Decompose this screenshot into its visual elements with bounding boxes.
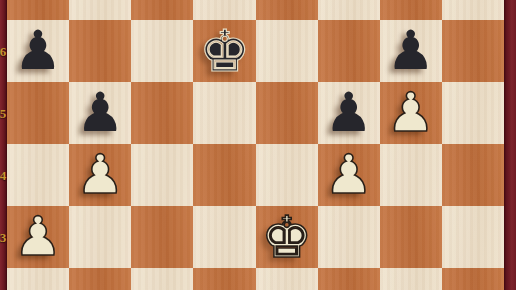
square-d5[interactable] [193,82,255,144]
square-h7[interactable] [442,0,504,20]
white-king-e3[interactable]: ♚ [256,206,318,268]
square-g3[interactable] [380,206,442,268]
square-f2[interactable] [318,268,380,290]
square-c5[interactable] [131,82,193,144]
square-g4[interactable] [380,144,442,206]
chess-board-screen: ♟♚♟♟♟♟♟♟♟♚ 6543 [0,0,516,290]
square-e5[interactable] [256,82,318,144]
square-f5[interactable]: ♟ [318,82,380,144]
square-g6[interactable]: ♟ [380,20,442,82]
square-b6[interactable] [69,20,131,82]
square-c6[interactable] [131,20,193,82]
black-pawn-a6[interactable]: ♟ [7,20,69,82]
square-c4[interactable] [131,144,193,206]
black-king-d6[interactable]: ♚ [193,20,255,82]
square-b7[interactable] [69,0,131,20]
square-c7[interactable] [131,0,193,20]
square-h6[interactable] [442,20,504,82]
square-d2[interactable] [193,268,255,290]
square-e4[interactable] [256,144,318,206]
board-frame-right [504,0,516,290]
black-pawn-f5[interactable]: ♟ [318,82,380,144]
square-g5[interactable]: ♟ [380,82,442,144]
square-e2[interactable] [256,268,318,290]
square-a2[interactable] [7,268,69,290]
rank-label-3: 3 [0,230,10,246]
square-g7[interactable] [380,0,442,20]
square-h2[interactable] [442,268,504,290]
black-pawn-b5[interactable]: ♟ [69,82,131,144]
square-f3[interactable] [318,206,380,268]
rank-label-5: 5 [0,106,10,122]
square-f4[interactable]: ♟ [318,144,380,206]
square-f7[interactable] [318,0,380,20]
square-a6[interactable]: ♟ [7,20,69,82]
white-pawn-a3[interactable]: ♟ [7,206,69,268]
white-pawn-g5[interactable]: ♟ [380,82,442,144]
square-a7[interactable] [7,0,69,20]
square-c3[interactable] [131,206,193,268]
white-pawn-f4[interactable]: ♟ [318,144,380,206]
square-h4[interactable] [442,144,504,206]
rank-label-6: 6 [0,44,10,60]
square-e6[interactable] [256,20,318,82]
square-a4[interactable] [7,144,69,206]
square-b3[interactable] [69,206,131,268]
white-pawn-b4[interactable]: ♟ [69,144,131,206]
square-h5[interactable] [442,82,504,144]
square-b4[interactable]: ♟ [69,144,131,206]
square-h3[interactable] [442,206,504,268]
square-c2[interactable] [131,268,193,290]
square-e7[interactable] [256,0,318,20]
square-d4[interactable] [193,144,255,206]
square-a3[interactable]: ♟ [7,206,69,268]
square-d6[interactable]: ♚ [193,20,255,82]
square-b5[interactable]: ♟ [69,82,131,144]
square-e3[interactable]: ♚ [256,206,318,268]
chess-board: ♟♚♟♟♟♟♟♟♟♚ [7,0,504,290]
rank-label-4: 4 [0,168,10,184]
black-pawn-g6[interactable]: ♟ [380,20,442,82]
square-d3[interactable] [193,206,255,268]
square-b2[interactable] [69,268,131,290]
square-g2[interactable] [380,268,442,290]
square-a5[interactable] [7,82,69,144]
square-f6[interactable] [318,20,380,82]
square-d7[interactable] [193,0,255,20]
